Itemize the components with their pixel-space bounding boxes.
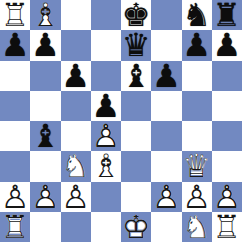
- black-pawn[interactable]: ♟♙: [151, 61, 181, 91]
- square-d8[interactable]: [91, 0, 121, 30]
- black-pawn[interactable]: ♟♙: [30, 30, 60, 60]
- square-g1[interactable]: ♞♘: [182, 212, 212, 242]
- white-rook[interactable]: ♜♖: [212, 212, 242, 242]
- black-pawn[interactable]: ♟♙: [91, 91, 121, 121]
- square-d5[interactable]: ♟♙: [91, 91, 121, 121]
- square-d1[interactable]: [91, 212, 121, 242]
- white-pawn[interactable]: ♟♙: [212, 182, 242, 212]
- square-e3[interactable]: [121, 151, 151, 181]
- square-d3[interactable]: ♝♗: [91, 151, 121, 181]
- square-a7[interactable]: ♟♙: [0, 30, 30, 60]
- square-b3[interactable]: [30, 151, 60, 181]
- square-h4[interactable]: [212, 121, 242, 151]
- square-f8[interactable]: [151, 0, 181, 30]
- black-queen[interactable]: ♛♕: [121, 30, 151, 60]
- square-f4[interactable]: [151, 121, 181, 151]
- square-c4[interactable]: [61, 121, 91, 151]
- square-b7[interactable]: ♟♙: [30, 30, 60, 60]
- square-a1[interactable]: ♜♖: [0, 212, 30, 242]
- white-bishop[interactable]: ♝♗: [30, 0, 60, 30]
- black-pawn[interactable]: ♟♙: [212, 30, 242, 60]
- square-c1[interactable]: [61, 212, 91, 242]
- square-g6[interactable]: [182, 61, 212, 91]
- square-g3[interactable]: ♛♕: [182, 151, 212, 181]
- square-e7[interactable]: ♛♕: [121, 30, 151, 60]
- square-b5[interactable]: [30, 91, 60, 121]
- square-g5[interactable]: [182, 91, 212, 121]
- black-pawn[interactable]: ♟♙: [182, 30, 212, 60]
- square-g7[interactable]: ♟♙: [182, 30, 212, 60]
- white-pawn[interactable]: ♟♙: [61, 182, 91, 212]
- square-a6[interactable]: [0, 61, 30, 91]
- white-pawn[interactable]: ♟♙: [91, 121, 121, 151]
- white-bishop[interactable]: ♝♗: [91, 151, 121, 181]
- square-a2[interactable]: ♟♙: [0, 182, 30, 212]
- black-king[interactable]: ♚♔: [121, 0, 151, 30]
- square-b4[interactable]: ♝♗: [30, 121, 60, 151]
- square-a3[interactable]: [0, 151, 30, 181]
- square-d4[interactable]: ♟♙: [91, 121, 121, 151]
- square-c2[interactable]: ♟♙: [61, 182, 91, 212]
- square-f2[interactable]: ♟♙: [151, 182, 181, 212]
- black-rook[interactable]: ♜♖: [212, 0, 242, 30]
- white-king[interactable]: ♚♔: [121, 212, 151, 242]
- square-e8[interactable]: ♚♔: [121, 0, 151, 30]
- white-pawn[interactable]: ♟♙: [0, 182, 30, 212]
- black-pawn[interactable]: ♟♙: [61, 61, 91, 91]
- square-h5[interactable]: [212, 91, 242, 121]
- square-a8[interactable]: ♜♖: [0, 0, 30, 30]
- square-b8[interactable]: ♝♗: [30, 0, 60, 30]
- square-g8[interactable]: ♞♘: [182, 0, 212, 30]
- square-c3[interactable]: ♞♘: [61, 151, 91, 181]
- square-h8[interactable]: ♜♖: [212, 0, 242, 30]
- square-g4[interactable]: [182, 121, 212, 151]
- square-e5[interactable]: [121, 91, 151, 121]
- square-b1[interactable]: [30, 212, 60, 242]
- white-pawn[interactable]: ♟♙: [151, 182, 181, 212]
- square-e4[interactable]: [121, 121, 151, 151]
- square-d2[interactable]: [91, 182, 121, 212]
- white-rook[interactable]: ♜♖: [0, 0, 30, 30]
- white-knight[interactable]: ♞♘: [182, 212, 212, 242]
- square-f6[interactable]: ♟♙: [151, 61, 181, 91]
- square-h3[interactable]: [212, 151, 242, 181]
- square-e2[interactable]: [121, 182, 151, 212]
- square-a5[interactable]: [0, 91, 30, 121]
- square-f1[interactable]: [151, 212, 181, 242]
- square-d6[interactable]: [91, 61, 121, 91]
- square-c8[interactable]: [61, 0, 91, 30]
- square-g2[interactable]: ♟♙: [182, 182, 212, 212]
- white-pawn[interactable]: ♟♙: [182, 182, 212, 212]
- square-c5[interactable]: [61, 91, 91, 121]
- square-c7[interactable]: [61, 30, 91, 60]
- square-a4[interactable]: [0, 121, 30, 151]
- black-bishop[interactable]: ♝♗: [121, 61, 151, 91]
- black-knight[interactable]: ♞♘: [182, 0, 212, 30]
- square-f3[interactable]: [151, 151, 181, 181]
- square-f7[interactable]: [151, 30, 181, 60]
- square-c6[interactable]: ♟♙: [61, 61, 91, 91]
- white-pawn[interactable]: ♟♙: [30, 182, 60, 212]
- square-b2[interactable]: ♟♙: [30, 182, 60, 212]
- square-h7[interactable]: ♟♙: [212, 30, 242, 60]
- square-h2[interactable]: ♟♙: [212, 182, 242, 212]
- white-rook[interactable]: ♜♖: [0, 212, 30, 242]
- black-bishop[interactable]: ♝♗: [30, 121, 60, 151]
- square-f5[interactable]: [151, 91, 181, 121]
- square-h1[interactable]: ♜♖: [212, 212, 242, 242]
- white-knight[interactable]: ♞♘: [61, 151, 91, 181]
- square-e1[interactable]: ♚♔: [121, 212, 151, 242]
- chessboard: ♜♖♝♗♚♔♞♘♜♖♟♙♟♙♛♕♟♙♟♙♟♙♝♗♟♙♟♙♝♗♟♙♞♘♝♗♛♕♟♙…: [0, 0, 242, 242]
- white-queen[interactable]: ♛♕: [182, 151, 212, 181]
- square-h6[interactable]: [212, 61, 242, 91]
- black-pawn[interactable]: ♟♙: [0, 30, 30, 60]
- square-b6[interactable]: [30, 61, 60, 91]
- square-d7[interactable]: [91, 30, 121, 60]
- square-e6[interactable]: ♝♗: [121, 61, 151, 91]
